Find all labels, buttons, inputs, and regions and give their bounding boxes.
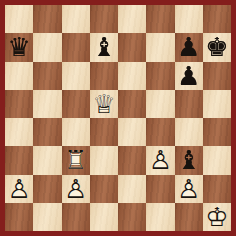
square-d8[interactable] xyxy=(90,5,118,33)
square-c4[interactable] xyxy=(62,118,90,146)
black-bishop-glyph: ♝ xyxy=(175,146,203,174)
square-g8[interactable] xyxy=(175,5,203,33)
square-f3[interactable]: ♟♙ xyxy=(146,146,174,174)
square-f1[interactable] xyxy=(146,203,174,231)
black-pawn-glyph: ♟ xyxy=(175,33,203,61)
square-c1[interactable] xyxy=(62,203,90,231)
square-b4[interactable] xyxy=(33,118,61,146)
square-f5[interactable] xyxy=(146,90,174,118)
square-a5[interactable] xyxy=(5,90,33,118)
square-f4[interactable] xyxy=(146,118,174,146)
square-a3[interactable] xyxy=(5,146,33,174)
square-h1[interactable]: ♚♔ xyxy=(203,203,231,231)
square-h5[interactable] xyxy=(203,90,231,118)
piece-black-pawn[interactable]: ♟ xyxy=(175,33,203,61)
square-g6[interactable]: ♟ xyxy=(175,62,203,90)
white-pawn-glyph-outline: ♙ xyxy=(5,175,33,203)
square-e1[interactable] xyxy=(118,203,146,231)
square-f7[interactable] xyxy=(146,33,174,61)
square-d7[interactable]: ♝ xyxy=(90,33,118,61)
square-e6[interactable] xyxy=(118,62,146,90)
square-h6[interactable] xyxy=(203,62,231,90)
piece-black-queen[interactable]: ♛ xyxy=(5,33,33,61)
square-g3[interactable]: ♝ xyxy=(175,146,203,174)
square-e8[interactable] xyxy=(118,5,146,33)
square-c8[interactable] xyxy=(62,5,90,33)
black-bishop-glyph: ♝ xyxy=(90,33,118,61)
square-f8[interactable] xyxy=(146,5,174,33)
piece-white-rook[interactable]: ♜♖ xyxy=(62,146,90,174)
square-h2[interactable] xyxy=(203,175,231,203)
square-b7[interactable] xyxy=(33,33,61,61)
square-g1[interactable] xyxy=(175,203,203,231)
square-d4[interactable] xyxy=(90,118,118,146)
square-b1[interactable] xyxy=(33,203,61,231)
square-c7[interactable] xyxy=(62,33,90,61)
square-d3[interactable] xyxy=(90,146,118,174)
piece-white-king[interactable]: ♚♔ xyxy=(203,203,231,231)
square-f6[interactable] xyxy=(146,62,174,90)
white-rook-glyph-outline: ♖ xyxy=(62,146,90,174)
black-pawn-glyph: ♟ xyxy=(175,62,203,90)
piece-white-pawn[interactable]: ♟♙ xyxy=(5,175,33,203)
square-c3[interactable]: ♜♖ xyxy=(62,146,90,174)
square-d5[interactable]: ♛♕ xyxy=(90,90,118,118)
white-pawn-glyph-outline: ♙ xyxy=(175,175,203,203)
piece-black-bishop[interactable]: ♝ xyxy=(90,33,118,61)
square-a4[interactable] xyxy=(5,118,33,146)
piece-black-bishop[interactable]: ♝ xyxy=(175,146,203,174)
square-b6[interactable] xyxy=(33,62,61,90)
square-g4[interactable] xyxy=(175,118,203,146)
square-d6[interactable] xyxy=(90,62,118,90)
square-e2[interactable] xyxy=(118,175,146,203)
square-e4[interactable] xyxy=(118,118,146,146)
square-e3[interactable] xyxy=(118,146,146,174)
white-pawn-glyph-outline: ♙ xyxy=(146,146,174,174)
piece-black-king[interactable]: ♚ xyxy=(203,33,231,61)
square-d2[interactable] xyxy=(90,175,118,203)
white-queen-glyph-outline: ♕ xyxy=(90,90,118,118)
piece-white-pawn[interactable]: ♟♙ xyxy=(62,175,90,203)
square-c2[interactable]: ♟♙ xyxy=(62,175,90,203)
piece-black-pawn[interactable]: ♟ xyxy=(175,62,203,90)
piece-white-pawn[interactable]: ♟♙ xyxy=(146,146,174,174)
square-h4[interactable] xyxy=(203,118,231,146)
piece-white-queen[interactable]: ♛♕ xyxy=(90,90,118,118)
black-king-glyph: ♚ xyxy=(203,33,231,61)
square-g7[interactable]: ♟ xyxy=(175,33,203,61)
piece-white-pawn[interactable]: ♟♙ xyxy=(175,175,203,203)
square-b3[interactable] xyxy=(33,146,61,174)
square-b8[interactable] xyxy=(33,5,61,33)
square-g2[interactable]: ♟♙ xyxy=(175,175,203,203)
square-c5[interactable] xyxy=(62,90,90,118)
white-king-glyph-outline: ♔ xyxy=(203,203,231,231)
square-a1[interactable] xyxy=(5,203,33,231)
black-queen-glyph: ♛ xyxy=(5,33,33,61)
square-h8[interactable] xyxy=(203,5,231,33)
square-h7[interactable]: ♚ xyxy=(203,33,231,61)
square-f2[interactable] xyxy=(146,175,174,203)
square-e5[interactable] xyxy=(118,90,146,118)
white-pawn-glyph-outline: ♙ xyxy=(62,175,90,203)
square-a6[interactable] xyxy=(5,62,33,90)
chess-board-frame: ♛♝♟♚♟♛♕♜♖♟♙♝♟♙♟♙♟♙♚♔ xyxy=(0,0,236,236)
square-c6[interactable] xyxy=(62,62,90,90)
square-d1[interactable] xyxy=(90,203,118,231)
square-a7[interactable]: ♛ xyxy=(5,33,33,61)
square-e7[interactable] xyxy=(118,33,146,61)
square-a8[interactable] xyxy=(5,5,33,33)
square-a2[interactable]: ♟♙ xyxy=(5,175,33,203)
square-b5[interactable] xyxy=(33,90,61,118)
square-b2[interactable] xyxy=(33,175,61,203)
square-g5[interactable] xyxy=(175,90,203,118)
chess-board: ♛♝♟♚♟♛♕♜♖♟♙♝♟♙♟♙♟♙♚♔ xyxy=(5,5,231,231)
square-h3[interactable] xyxy=(203,146,231,174)
